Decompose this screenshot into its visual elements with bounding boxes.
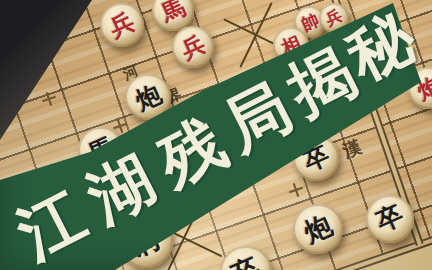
xiangqi-piece-red: 兵 [172, 26, 214, 68]
piece-character: 兵 [106, 9, 138, 41]
piece-character: 馬 [158, 0, 188, 25]
xiangqi-thumbnail: 河界漢 兵馬兵帥相兵炮炮馬將卒炮卒卒 江湖残局揭秘 [0, 0, 432, 270]
piece-character: 卒 [373, 202, 407, 236]
xiangqi-piece-black: 卒 [220, 246, 272, 270]
piece-character: 卒 [228, 254, 265, 270]
piece-character: 兵 [178, 32, 208, 62]
xiangqi-piece-black: 炮 [293, 204, 343, 254]
xiangqi-piece-red: 兵 [100, 3, 144, 47]
piece-character: 炮 [131, 80, 164, 113]
piece-character: 兵 [323, 7, 344, 28]
piece-character: 炮 [300, 211, 336, 247]
xiangqi-piece-black: 卒 [366, 195, 414, 243]
piece-character: 帥 [299, 11, 321, 33]
